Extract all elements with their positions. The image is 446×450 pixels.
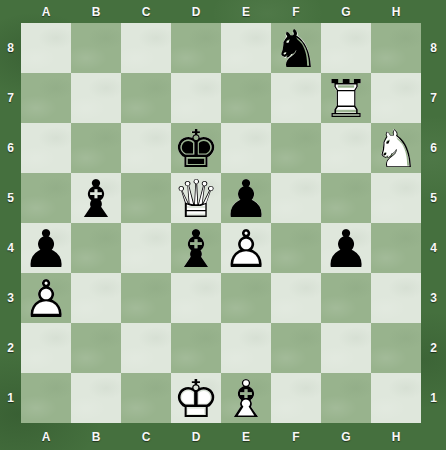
rank-labels-left: 87654321 <box>0 23 21 423</box>
file-label-bottom-d: D <box>171 423 221 450</box>
piece-glyph-underlay: ♗ <box>71 173 121 223</box>
rank-label-left-4: 4 <box>0 223 21 273</box>
rank-label-right-5: 5 <box>421 173 446 223</box>
piece-glyph: ♙ <box>221 223 271 273</box>
square-g4[interactable]: ♙♟ <box>321 223 371 273</box>
black-bishop[interactable]: ♗♝ <box>71 173 121 223</box>
square-d7[interactable] <box>171 73 221 123</box>
file-label-top-b: B <box>71 0 121 23</box>
piece-glyph-underlay: ♚ <box>171 373 221 423</box>
piece-glyph-underlay: ♛ <box>171 173 221 223</box>
rank-label-right-8: 8 <box>421 23 446 73</box>
black-pawn[interactable]: ♙♟ <box>221 173 271 223</box>
square-g3[interactable] <box>321 273 371 323</box>
white-knight[interactable]: ♞♘ <box>371 123 421 173</box>
square-e7[interactable] <box>221 73 271 123</box>
piece-glyph: ♕ <box>171 173 221 223</box>
square-b8[interactable] <box>71 23 121 73</box>
square-c2[interactable] <box>121 323 171 373</box>
square-f1[interactable] <box>271 373 321 423</box>
piece-glyph: ♚ <box>171 123 221 173</box>
piece-glyph-underlay: ♝ <box>221 373 271 423</box>
white-bishop[interactable]: ♝♗ <box>221 373 271 423</box>
square-d6[interactable]: ♔♚ <box>171 123 221 173</box>
piece-glyph: ♞ <box>271 23 321 73</box>
rank-label-right-4: 4 <box>421 223 446 273</box>
square-d3[interactable] <box>171 273 221 323</box>
square-e1[interactable]: ♝♗ <box>221 373 271 423</box>
piece-glyph: ♟ <box>321 223 371 273</box>
black-knight[interactable]: ♘♞ <box>271 23 321 73</box>
square-c7[interactable] <box>121 73 171 123</box>
file-label-bottom-b: B <box>71 423 121 450</box>
square-f8[interactable]: ♘♞ <box>271 23 321 73</box>
white-pawn[interactable]: ♟♙ <box>21 273 71 323</box>
square-e6[interactable] <box>221 123 271 173</box>
square-c3[interactable] <box>121 273 171 323</box>
square-f4[interactable] <box>271 223 321 273</box>
piece-glyph-underlay: ♔ <box>171 123 221 173</box>
rank-label-left-7: 7 <box>0 73 21 123</box>
square-g6[interactable] <box>321 123 371 173</box>
square-g1[interactable] <box>321 373 371 423</box>
piece-glyph-underlay: ♟ <box>221 223 271 273</box>
piece-glyph-underlay: ♙ <box>321 223 371 273</box>
square-h7[interactable] <box>371 73 421 123</box>
white-pawn[interactable]: ♟♙ <box>221 223 271 273</box>
square-b2[interactable] <box>71 323 121 373</box>
rank-label-right-3: 3 <box>421 273 446 323</box>
file-label-top-d: D <box>171 0 221 23</box>
square-e3[interactable] <box>221 273 271 323</box>
square-f6[interactable] <box>271 123 321 173</box>
file-label-bottom-e: E <box>221 423 271 450</box>
square-d8[interactable] <box>171 23 221 73</box>
square-f3[interactable] <box>271 273 321 323</box>
file-label-top-a: A <box>21 0 71 23</box>
square-c1[interactable] <box>121 373 171 423</box>
square-e2[interactable] <box>221 323 271 373</box>
square-d4[interactable]: ♗♝ <box>171 223 221 273</box>
square-b1[interactable] <box>71 373 121 423</box>
square-a3[interactable]: ♟♙ <box>21 273 71 323</box>
square-b4[interactable] <box>71 223 121 273</box>
rank-label-left-2: 2 <box>0 323 21 373</box>
square-a2[interactable] <box>21 323 71 373</box>
black-bishop[interactable]: ♗♝ <box>171 223 221 273</box>
square-c4[interactable] <box>121 223 171 273</box>
piece-glyph-underlay: ♘ <box>271 23 321 73</box>
rank-label-left-5: 5 <box>0 173 21 223</box>
square-h5[interactable] <box>371 173 421 223</box>
square-a5[interactable] <box>21 173 71 223</box>
square-h6[interactable]: ♞♘ <box>371 123 421 173</box>
square-g8[interactable] <box>321 23 371 73</box>
file-label-top-c: C <box>121 0 171 23</box>
square-f7[interactable] <box>271 73 321 123</box>
square-h3[interactable] <box>371 273 421 323</box>
piece-glyph-underlay: ♟ <box>21 273 71 323</box>
square-h2[interactable] <box>371 323 421 373</box>
piece-glyph: ♙ <box>21 273 71 323</box>
square-h1[interactable] <box>371 373 421 423</box>
rank-label-left-6: 6 <box>0 123 21 173</box>
piece-glyph: ♝ <box>171 223 221 273</box>
file-label-top-f: F <box>271 0 321 23</box>
piece-glyph: ♗ <box>221 373 271 423</box>
square-f5[interactable] <box>271 173 321 223</box>
square-a8[interactable] <box>21 23 71 73</box>
piece-glyph: ♝ <box>71 173 121 223</box>
file-label-bottom-h: H <box>371 423 421 450</box>
file-labels-bottom: ABCDEFGH <box>21 423 421 450</box>
file-label-top-h: H <box>371 0 421 23</box>
rank-label-right-6: 6 <box>421 123 446 173</box>
square-h8[interactable] <box>371 23 421 73</box>
white-queen[interactable]: ♛♕ <box>171 173 221 223</box>
file-label-top-g: G <box>321 0 371 23</box>
square-d5[interactable]: ♛♕ <box>171 173 221 223</box>
square-g5[interactable] <box>321 173 371 223</box>
file-label-bottom-f: F <box>271 423 321 450</box>
piece-glyph: ♘ <box>371 123 421 173</box>
black-pawn[interactable]: ♙♟ <box>321 223 371 273</box>
piece-glyph: ♟ <box>21 223 71 273</box>
rank-label-right-2: 2 <box>421 323 446 373</box>
square-c5[interactable] <box>121 173 171 223</box>
square-a7[interactable] <box>21 73 71 123</box>
file-label-bottom-c: C <box>121 423 171 450</box>
piece-glyph-underlay: ♗ <box>171 223 221 273</box>
black-king[interactable]: ♔♚ <box>171 123 221 173</box>
square-e5[interactable]: ♙♟ <box>221 173 271 223</box>
square-b3[interactable] <box>71 273 121 323</box>
piece-glyph-underlay: ♜ <box>321 73 371 123</box>
piece-glyph: ♖ <box>321 73 371 123</box>
file-label-bottom-g: G <box>321 423 371 450</box>
rank-label-right-1: 1 <box>421 373 446 423</box>
square-b6[interactable] <box>71 123 121 173</box>
file-labels-top: ABCDEFGH <box>21 0 421 23</box>
black-pawn[interactable]: ♙♟ <box>21 223 71 273</box>
square-f2[interactable] <box>271 323 321 373</box>
rank-label-left-8: 8 <box>0 23 21 73</box>
square-e4[interactable]: ♟♙ <box>221 223 271 273</box>
file-label-top-e: E <box>221 0 271 23</box>
square-h4[interactable] <box>371 223 421 273</box>
square-a6[interactable] <box>21 123 71 173</box>
square-e8[interactable] <box>221 23 271 73</box>
piece-glyph-underlay: ♙ <box>21 223 71 273</box>
square-b5[interactable]: ♗♝ <box>71 173 121 223</box>
square-a4[interactable]: ♙♟ <box>21 223 71 273</box>
chess-board[interactable]: ♘♞♜♖♔♚♞♘♗♝♛♕♙♟♙♟♗♝♟♙♙♟♟♙♚♔♝♗ <box>21 23 421 423</box>
square-c6[interactable] <box>121 123 171 173</box>
square-d2[interactable] <box>171 323 221 373</box>
rank-label-left-1: 1 <box>0 373 21 423</box>
white-rook[interactable]: ♜♖ <box>321 73 371 123</box>
rank-label-right-7: 7 <box>421 73 446 123</box>
white-king[interactable]: ♚♔ <box>171 373 221 423</box>
square-c8[interactable] <box>121 23 171 73</box>
square-g7[interactable]: ♜♖ <box>321 73 371 123</box>
square-d1[interactable]: ♚♔ <box>171 373 221 423</box>
chess-board-frame: ABCDEFGH ABCDEFGH 87654321 87654321 ♘♞♜♖… <box>0 0 446 450</box>
square-g2[interactable] <box>321 323 371 373</box>
piece-glyph: ♟ <box>221 173 271 223</box>
rank-label-left-3: 3 <box>0 273 21 323</box>
file-label-bottom-a: A <box>21 423 71 450</box>
piece-glyph: ♔ <box>171 373 221 423</box>
piece-glyph-underlay: ♞ <box>371 123 421 173</box>
piece-glyph-underlay: ♙ <box>221 173 271 223</box>
rank-labels-right: 87654321 <box>421 23 446 423</box>
square-b7[interactable] <box>71 73 121 123</box>
square-a1[interactable] <box>21 373 71 423</box>
